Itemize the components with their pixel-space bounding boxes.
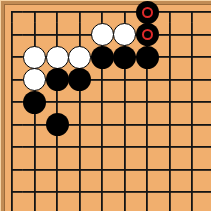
intersection-1-4[interactable] — [23, 91, 46, 114]
intersection-3-5[interactable] — [68, 113, 91, 136]
board-edge-extension — [203, 91, 211, 114]
go-diagram: Go diagram: top-left corner of the board… — [0, 0, 211, 211]
intersection-0-3[interactable] — [1, 68, 24, 91]
intersection-6-8[interactable] — [136, 181, 159, 204]
intersection-4-0[interactable] — [91, 1, 114, 24]
intersection-5-1[interactable] — [113, 23, 136, 46]
intersection-8-4[interactable] — [181, 91, 204, 114]
intersection-4-5[interactable] — [91, 113, 114, 136]
intersection-5-7[interactable] — [113, 158, 136, 181]
intersection-8-5[interactable] — [181, 113, 204, 136]
intersection-6-7[interactable] — [136, 158, 159, 181]
intersection-3-0[interactable] — [68, 1, 91, 24]
black-stone[interactable] — [23, 91, 46, 114]
board-edge-extension — [203, 113, 211, 136]
intersection-0-4[interactable] — [1, 91, 24, 114]
intersection-1-5[interactable] — [23, 113, 46, 136]
board-edge-extension — [203, 23, 211, 46]
intersection-3-7[interactable] — [68, 158, 91, 181]
board-grid — [1, 1, 211, 211]
board-edge-extension — [113, 203, 136, 211]
intersection-6-0[interactable] — [136, 1, 159, 24]
black-stone[interactable] — [46, 68, 69, 91]
intersection-5-4[interactable] — [113, 91, 136, 114]
intersection-0-5[interactable] — [1, 113, 24, 136]
intersection-3-6[interactable] — [68, 136, 91, 159]
intersection-6-3[interactable] — [136, 68, 159, 91]
intersection-7-4[interactable] — [158, 91, 181, 114]
intersection-3-3[interactable] — [68, 68, 91, 91]
intersection-7-2[interactable] — [158, 46, 181, 69]
intersection-8-7[interactable] — [181, 158, 204, 181]
intersection-0-6[interactable] — [1, 136, 24, 159]
intersection-2-1[interactable] — [46, 23, 69, 46]
intersection-6-2[interactable] — [136, 46, 159, 69]
intersection-1-7[interactable] — [23, 158, 46, 181]
intersection-8-0[interactable] — [181, 1, 204, 24]
intersection-3-8[interactable] — [68, 181, 91, 204]
intersection-1-8[interactable] — [23, 181, 46, 204]
marked-black-stone[interactable] — [136, 1, 159, 24]
intersection-0-0[interactable] — [1, 1, 24, 24]
intersection-4-6[interactable] — [91, 136, 114, 159]
intersection-7-3[interactable] — [158, 68, 181, 91]
intersection-8-2[interactable] — [181, 46, 204, 69]
intersection-0-8[interactable] — [1, 181, 24, 204]
board-edge-extension — [91, 203, 114, 211]
intersection-5-3[interactable] — [113, 68, 136, 91]
intersection-5-5[interactable] — [113, 113, 136, 136]
white-stone[interactable] — [113, 23, 136, 46]
board-edge-extension — [46, 203, 69, 211]
intersection-0-7[interactable] — [1, 158, 24, 181]
board-edge-extension — [68, 203, 91, 211]
intersection-2-4[interactable] — [46, 91, 69, 114]
intersection-1-0[interactable] — [23, 1, 46, 24]
intersection-2-0[interactable] — [46, 1, 69, 24]
intersection-4-4[interactable] — [91, 91, 114, 114]
intersection-7-7[interactable] — [158, 158, 181, 181]
board-edge-extension — [203, 181, 211, 204]
board-edge-extension — [203, 203, 211, 211]
intersection-6-6[interactable] — [136, 136, 159, 159]
intersection-6-5[interactable] — [136, 113, 159, 136]
intersection-0-2[interactable] — [1, 46, 24, 69]
white-stone[interactable] — [91, 23, 114, 46]
intersection-2-8[interactable] — [46, 181, 69, 204]
intersection-4-7[interactable] — [91, 158, 114, 181]
white-stone[interactable] — [46, 46, 69, 69]
intersection-3-2[interactable] — [68, 46, 91, 69]
white-stone[interactable] — [68, 46, 91, 69]
board-edge-extension — [136, 203, 159, 211]
white-stone[interactable] — [23, 68, 46, 91]
intersection-8-3[interactable] — [181, 68, 204, 91]
intersection-5-6[interactable] — [113, 136, 136, 159]
intersection-5-2[interactable] — [113, 46, 136, 69]
board-edge-extension — [158, 203, 181, 211]
marked-black-stone[interactable] — [136, 23, 159, 46]
intersection-1-3[interactable] — [23, 68, 46, 91]
intersection-5-8[interactable] — [113, 181, 136, 204]
intersection-7-0[interactable] — [158, 1, 181, 24]
intersection-4-3[interactable] — [91, 68, 114, 91]
board-edge-extension — [203, 136, 211, 159]
red-circle-marker — [142, 29, 153, 40]
intersection-6-1[interactable] — [136, 23, 159, 46]
intersection-7-8[interactable] — [158, 181, 181, 204]
board-edge-extension — [203, 46, 211, 69]
black-stone[interactable] — [68, 68, 91, 91]
black-stone[interactable] — [46, 113, 69, 136]
intersection-2-2[interactable] — [46, 46, 69, 69]
intersection-6-4[interactable] — [136, 91, 159, 114]
intersection-4-2[interactable] — [91, 46, 114, 69]
board-edge-extension — [181, 203, 204, 211]
intersection-1-1[interactable] — [23, 23, 46, 46]
red-circle-marker — [142, 7, 153, 18]
intersection-7-6[interactable] — [158, 136, 181, 159]
intersection-2-7[interactable] — [46, 158, 69, 181]
intersection-8-8[interactable] — [181, 181, 204, 204]
intersection-7-5[interactable] — [158, 113, 181, 136]
black-stone[interactable] — [113, 46, 136, 69]
board-edge-extension — [203, 1, 211, 24]
intersection-1-2[interactable] — [23, 46, 46, 69]
board-edge-extension — [203, 68, 211, 91]
intersection-5-0[interactable] — [113, 1, 136, 24]
white-stone[interactable] — [23, 46, 46, 69]
board-edge-extension — [1, 203, 24, 211]
intersection-8-1[interactable] — [181, 23, 204, 46]
intersection-1-6[interactable] — [23, 136, 46, 159]
intersection-0-1[interactable] — [1, 23, 24, 46]
board-edge-extension — [203, 158, 211, 181]
intersection-2-3[interactable] — [46, 68, 69, 91]
intersection-7-1[interactable] — [158, 23, 181, 46]
intersection-2-5[interactable] — [46, 113, 69, 136]
intersection-8-6[interactable] — [181, 136, 204, 159]
intersection-4-8[interactable] — [91, 181, 114, 204]
board-edge-extension — [23, 203, 46, 211]
intersection-4-1[interactable] — [91, 23, 114, 46]
black-stone[interactable] — [136, 46, 159, 69]
intersection-3-1[interactable] — [68, 23, 91, 46]
intersection-2-6[interactable] — [46, 136, 69, 159]
go-board — [4, 4, 211, 211]
intersection-3-4[interactable] — [68, 91, 91, 114]
black-stone[interactable] — [91, 46, 114, 69]
